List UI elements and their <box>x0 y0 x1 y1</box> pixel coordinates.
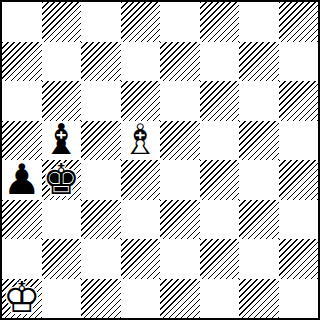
square-g5[interactable] <box>239 121 279 161</box>
square-h7[interactable] <box>279 42 319 82</box>
square-g4[interactable] <box>239 160 279 200</box>
piece-white-bishop[interactable]: ♝♗ <box>121 121 161 161</box>
square-e5[interactable] <box>160 121 200 161</box>
black-king-icon: ♚ <box>42 160 82 200</box>
square-d1[interactable] <box>121 279 161 319</box>
square-b4[interactable]: ♚♚ <box>42 160 82 200</box>
piece-black-pawn[interactable]: ♟♟ <box>2 160 42 200</box>
square-g6[interactable] <box>239 81 279 121</box>
black-pawn-icon: ♟ <box>2 160 42 200</box>
square-c2[interactable] <box>81 239 121 279</box>
square-h6[interactable] <box>279 81 319 121</box>
square-f4[interactable] <box>200 160 240 200</box>
square-h4[interactable] <box>279 160 319 200</box>
square-a1[interactable]: ♚♔ <box>2 279 42 319</box>
square-c8[interactable] <box>81 2 121 42</box>
square-d8[interactable] <box>121 2 161 42</box>
square-f6[interactable] <box>200 81 240 121</box>
square-d5[interactable]: ♝♗ <box>121 121 161 161</box>
square-b3[interactable] <box>42 200 82 240</box>
square-f7[interactable] <box>200 42 240 82</box>
piece-white-king[interactable]: ♚♔ <box>2 279 42 319</box>
square-h1[interactable] <box>279 279 319 319</box>
square-h8[interactable] <box>279 2 319 42</box>
chess-board-frame: ♝♝♝♗♟♟♚♚♚♔ <box>0 0 320 320</box>
piece-black-king[interactable]: ♚♚ <box>42 160 82 200</box>
square-e4[interactable] <box>160 160 200 200</box>
square-a4[interactable]: ♟♟ <box>2 160 42 200</box>
square-g8[interactable] <box>239 2 279 42</box>
square-a7[interactable] <box>2 42 42 82</box>
square-f1[interactable] <box>200 279 240 319</box>
square-c4[interactable] <box>81 160 121 200</box>
square-g7[interactable] <box>239 42 279 82</box>
square-h5[interactable] <box>279 121 319 161</box>
square-d2[interactable] <box>121 239 161 279</box>
square-f5[interactable] <box>200 121 240 161</box>
square-b7[interactable] <box>42 42 82 82</box>
square-f3[interactable] <box>200 200 240 240</box>
square-c1[interactable] <box>81 279 121 319</box>
square-a8[interactable] <box>2 2 42 42</box>
square-g2[interactable] <box>239 239 279 279</box>
square-e2[interactable] <box>160 239 200 279</box>
square-e1[interactable] <box>160 279 200 319</box>
square-b8[interactable] <box>42 2 82 42</box>
square-d3[interactable] <box>121 200 161 240</box>
square-a3[interactable] <box>2 200 42 240</box>
white-king-icon: ♔ <box>2 279 42 319</box>
square-b1[interactable] <box>42 279 82 319</box>
square-c5[interactable] <box>81 121 121 161</box>
square-h3[interactable] <box>279 200 319 240</box>
square-g1[interactable] <box>239 279 279 319</box>
square-c6[interactable] <box>81 81 121 121</box>
square-a6[interactable] <box>2 81 42 121</box>
square-b2[interactable] <box>42 239 82 279</box>
square-e7[interactable] <box>160 42 200 82</box>
square-f2[interactable] <box>200 239 240 279</box>
square-c7[interactable] <box>81 42 121 82</box>
square-d4[interactable] <box>121 160 161 200</box>
square-c3[interactable] <box>81 200 121 240</box>
square-e6[interactable] <box>160 81 200 121</box>
square-g3[interactable] <box>239 200 279 240</box>
square-e3[interactable] <box>160 200 200 240</box>
square-h2[interactable] <box>279 239 319 279</box>
chess-board: ♝♝♝♗♟♟♚♚♚♔ <box>2 2 318 318</box>
square-f8[interactable] <box>200 2 240 42</box>
white-bishop-icon: ♗ <box>121 121 161 161</box>
square-d7[interactable] <box>121 42 161 82</box>
square-e8[interactable] <box>160 2 200 42</box>
